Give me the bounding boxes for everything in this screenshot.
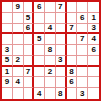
cell-r6c9[interactable] xyxy=(88,56,99,67)
cell-r1c3[interactable] xyxy=(24,2,35,13)
cell-r2c8[interactable]: 6 xyxy=(77,13,88,24)
cell-r4c1[interactable] xyxy=(2,34,13,45)
cell-r7c8[interactable] xyxy=(77,67,88,78)
cell-r9c2[interactable] xyxy=(13,88,24,99)
cell-r6c6[interactable]: 3 xyxy=(56,56,67,67)
cell-r4c8[interactable]: 7 xyxy=(77,34,88,45)
cell-r7c1[interactable]: 1 xyxy=(2,67,13,78)
cell-r7c7[interactable]: 8 xyxy=(67,67,78,78)
cell-r1c1[interactable] xyxy=(2,2,13,13)
cell-r5c6[interactable] xyxy=(56,45,67,56)
cell-r4c7[interactable] xyxy=(67,34,78,45)
cell-r3c6[interactable] xyxy=(56,24,67,35)
cell-r9c1[interactable] xyxy=(2,88,13,99)
cell-r2c4[interactable] xyxy=(34,13,45,24)
cell-r7c3[interactable]: 7 xyxy=(24,67,35,78)
cell-r4c6[interactable] xyxy=(56,34,67,45)
cell-r3c9[interactable]: 3 xyxy=(88,24,99,35)
cell-r4c4[interactable]: 5 xyxy=(34,34,45,45)
cell-r3c4[interactable] xyxy=(34,24,45,35)
cell-r3c2[interactable] xyxy=(13,24,24,35)
cell-r9c9[interactable] xyxy=(88,88,99,99)
cell-r8c5[interactable] xyxy=(45,77,56,88)
cell-r6c3[interactable] xyxy=(24,56,35,67)
cell-r3c1[interactable] xyxy=(2,24,13,35)
cell-r6c4[interactable] xyxy=(34,56,45,67)
cell-r1c6[interactable]: 7 xyxy=(56,2,67,13)
cell-r9c3[interactable] xyxy=(24,88,35,99)
cell-r8c4[interactable] xyxy=(34,77,45,88)
cell-r8c9[interactable] xyxy=(88,77,99,88)
cell-r5c1[interactable]: 3 xyxy=(2,45,13,56)
cell-r8c8[interactable] xyxy=(77,77,88,88)
cell-r8c2[interactable]: 4 xyxy=(13,77,24,88)
cell-r8c6[interactable] xyxy=(56,77,67,88)
cell-r2c9[interactable]: 1 xyxy=(88,13,99,24)
cell-r4c3[interactable] xyxy=(24,34,35,45)
cell-r2c6[interactable] xyxy=(56,13,67,24)
cell-r3c5[interactable]: 4 xyxy=(45,24,56,35)
cell-r1c2[interactable]: 9 xyxy=(13,2,24,13)
cell-r8c3[interactable] xyxy=(24,77,35,88)
cell-r5c2[interactable] xyxy=(13,45,24,56)
cell-r7c9[interactable] xyxy=(88,67,99,78)
cell-r9c6[interactable]: 8 xyxy=(56,88,67,99)
cell-r7c6[interactable] xyxy=(56,67,67,78)
cell-r5c7[interactable] xyxy=(67,45,78,56)
cell-r4c5[interactable] xyxy=(45,34,56,45)
cell-r5c8[interactable] xyxy=(77,45,88,56)
cell-r9c5[interactable] xyxy=(45,88,56,99)
cell-r6c7[interactable] xyxy=(67,56,78,67)
cell-r8c7[interactable]: 6 xyxy=(67,77,78,88)
cell-r7c4[interactable] xyxy=(34,67,45,78)
sudoku-board: 96756164735743865231728946483 xyxy=(0,0,101,101)
cell-r2c1[interactable] xyxy=(2,13,13,24)
cell-r2c7[interactable] xyxy=(67,13,78,24)
cell-r1c9[interactable] xyxy=(88,2,99,13)
cell-r9c4[interactable]: 4 xyxy=(34,88,45,99)
cell-r5c5[interactable]: 8 xyxy=(45,45,56,56)
cell-r5c3[interactable] xyxy=(24,45,35,56)
cell-r3c8[interactable] xyxy=(77,24,88,35)
cell-r2c2[interactable] xyxy=(13,13,24,24)
cell-r9c8[interactable]: 3 xyxy=(77,88,88,99)
cell-r1c8[interactable] xyxy=(77,2,88,13)
cell-r9c7[interactable] xyxy=(67,88,78,99)
cell-r4c9[interactable]: 4 xyxy=(88,34,99,45)
cell-r1c5[interactable] xyxy=(45,2,56,13)
cell-r3c3[interactable]: 6 xyxy=(24,24,35,35)
cell-r5c9[interactable]: 6 xyxy=(88,45,99,56)
cell-r4c2[interactable] xyxy=(13,34,24,45)
cell-r6c2[interactable]: 2 xyxy=(13,56,24,67)
cell-r3c7[interactable]: 7 xyxy=(67,24,78,35)
cell-r8c1[interactable]: 9 xyxy=(2,77,13,88)
cell-r2c3[interactable]: 5 xyxy=(24,13,35,24)
cell-r6c1[interactable]: 5 xyxy=(2,56,13,67)
cell-r7c5[interactable]: 2 xyxy=(45,67,56,78)
cell-r5c4[interactable] xyxy=(34,45,45,56)
cell-r1c7[interactable] xyxy=(67,2,78,13)
cell-r2c5[interactable] xyxy=(45,13,56,24)
cell-r6c8[interactable] xyxy=(77,56,88,67)
cell-r6c5[interactable] xyxy=(45,56,56,67)
cell-r1c4[interactable]: 6 xyxy=(34,2,45,13)
cell-r7c2[interactable] xyxy=(13,67,24,78)
